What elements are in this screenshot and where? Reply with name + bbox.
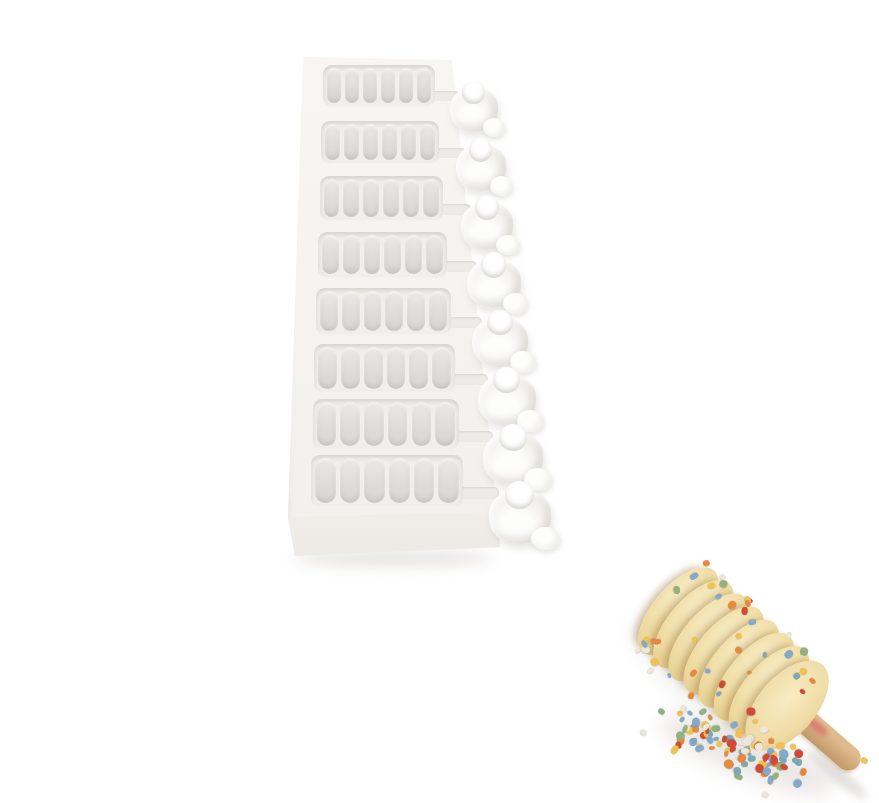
- stray-sprinkle: [639, 728, 648, 736]
- pile-sprinkle: [686, 710, 693, 717]
- pile-sprinkle: [791, 777, 803, 789]
- pile-sprinkle: [678, 715, 685, 723]
- pile-sprinkle: [729, 720, 739, 730]
- pile-sprinkle: [709, 746, 715, 750]
- stray-sprinkle: [860, 756, 869, 764]
- pile-sprinkle: [799, 767, 808, 777]
- pile-sprinkle: [724, 751, 728, 757]
- pile-sprinkle: [754, 741, 764, 751]
- pile-sprinkle: [694, 744, 704, 753]
- pile-sprinkle: [768, 738, 774, 744]
- stray-sprinkle: [761, 790, 770, 798]
- sprinkle-pile: [0, 0, 879, 803]
- pile-sprinkle: [711, 725, 721, 732]
- product-photo: [0, 0, 879, 803]
- pile-sprinkle: [669, 744, 680, 756]
- pile-sprinkle: [692, 726, 699, 732]
- stray-sprinkle: [657, 707, 666, 715]
